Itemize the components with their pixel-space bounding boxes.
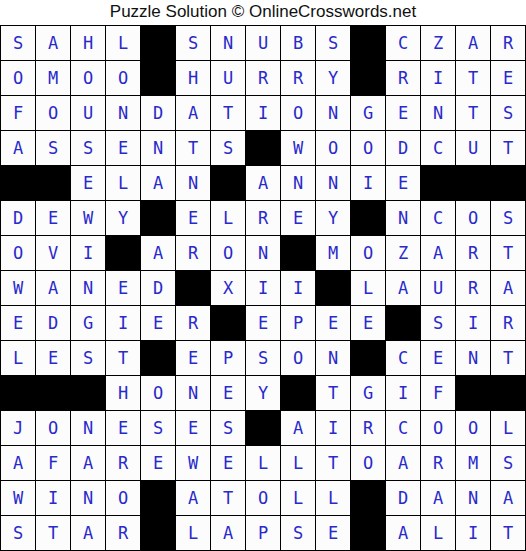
letter-cell-r4c7: S bbox=[211, 131, 245, 165]
letter-cell-r4c3: S bbox=[71, 131, 105, 165]
letter-cell-r10c8: S bbox=[246, 341, 280, 375]
letter-cell-r9c15: R bbox=[491, 306, 525, 340]
block-cell-r7c9 bbox=[281, 236, 315, 270]
letter-cell-r2c13: I bbox=[421, 61, 455, 95]
letter-cell-r5c12: E bbox=[386, 166, 420, 200]
letter-cell-r4c15: T bbox=[491, 131, 525, 165]
letter-cell-r10c9: O bbox=[281, 341, 315, 375]
letter-cell-r15c9: S bbox=[281, 516, 315, 550]
letter-cell-r12c14: O bbox=[456, 411, 490, 445]
letter-cell-r6c6: E bbox=[176, 201, 210, 235]
letter-cell-r11c10: T bbox=[316, 376, 350, 410]
letter-cell-r14c2: I bbox=[36, 481, 70, 515]
block-cell-r1c11 bbox=[351, 26, 385, 60]
block-cell-r10c5 bbox=[141, 341, 175, 375]
letter-cell-r7c6: R bbox=[176, 236, 210, 270]
letter-cell-r10c12: C bbox=[386, 341, 420, 375]
letter-cell-r11c8: Y bbox=[246, 376, 280, 410]
letter-cell-r7c3: I bbox=[71, 236, 105, 270]
letter-cell-r8c11: L bbox=[351, 271, 385, 305]
letter-cell-r2c8: R bbox=[246, 61, 280, 95]
letter-cell-r3c6: A bbox=[176, 96, 210, 130]
letter-cell-r4c2: S bbox=[36, 131, 70, 165]
letter-cell-r7c15: T bbox=[491, 236, 525, 270]
letter-cell-r3c11: G bbox=[351, 96, 385, 130]
letter-cell-r13c14: M bbox=[456, 446, 490, 480]
letter-cell-r4c12: D bbox=[386, 131, 420, 165]
letter-cell-r3c14: T bbox=[456, 96, 490, 130]
letter-cell-r7c8: N bbox=[246, 236, 280, 270]
letter-cell-r3c15: S bbox=[491, 96, 525, 130]
block-cell-r15c11 bbox=[351, 516, 385, 550]
letter-cell-r7c13: A bbox=[421, 236, 455, 270]
letter-cell-r14c13: A bbox=[421, 481, 455, 515]
letter-cell-r15c15: T bbox=[491, 516, 525, 550]
letter-cell-r1c7: N bbox=[211, 26, 245, 60]
letter-cell-r15c2: T bbox=[36, 516, 70, 550]
letter-cell-r2c9: R bbox=[281, 61, 315, 95]
letter-cell-r7c1: O bbox=[1, 236, 35, 270]
block-cell-r14c5 bbox=[141, 481, 175, 515]
letter-cell-r14c14: N bbox=[456, 481, 490, 515]
letter-cell-r8c2: A bbox=[36, 271, 70, 305]
letter-cell-r15c7: A bbox=[211, 516, 245, 550]
letter-cell-r15c6: L bbox=[176, 516, 210, 550]
letter-cell-r1c4: L bbox=[106, 26, 140, 60]
letter-cell-r4c13: C bbox=[421, 131, 455, 165]
letter-cell-r1c8: U bbox=[246, 26, 280, 60]
letter-cell-r6c1: D bbox=[1, 201, 35, 235]
block-cell-r7c4 bbox=[106, 236, 140, 270]
block-cell-r5c13 bbox=[421, 166, 455, 200]
letter-cell-r2c15: E bbox=[491, 61, 525, 95]
letter-cell-r6c10: Y bbox=[316, 201, 350, 235]
letter-cell-r11c13: F bbox=[421, 376, 455, 410]
block-cell-r4c8 bbox=[246, 131, 280, 165]
letter-cell-r13c5: E bbox=[141, 446, 175, 480]
letter-cell-r8c3: N bbox=[71, 271, 105, 305]
letter-cell-r7c2: V bbox=[36, 236, 70, 270]
letter-cell-r12c9: A bbox=[281, 411, 315, 445]
letter-cell-r10c14: N bbox=[456, 341, 490, 375]
letter-cell-r13c6: W bbox=[176, 446, 210, 480]
letter-cell-r2c10: Y bbox=[316, 61, 350, 95]
letter-cell-r12c2: O bbox=[36, 411, 70, 445]
letter-cell-r9c5: E bbox=[141, 306, 175, 340]
letter-cell-r1c1: S bbox=[1, 26, 35, 60]
letter-cell-r6c14: O bbox=[456, 201, 490, 235]
block-cell-r6c5 bbox=[141, 201, 175, 235]
block-cell-r2c5 bbox=[141, 61, 175, 95]
block-cell-r9c7 bbox=[211, 306, 245, 340]
letter-cell-r4c14: U bbox=[456, 131, 490, 165]
letter-cell-r14c9: L bbox=[281, 481, 315, 515]
block-cell-r11c3 bbox=[71, 376, 105, 410]
crossword-solution-page: Puzzle Solution © OnlineCrosswords.net S… bbox=[0, 0, 526, 551]
letter-cell-r3c8: I bbox=[246, 96, 280, 130]
block-cell-r10c11 bbox=[351, 341, 385, 375]
letter-cell-r5c4: L bbox=[106, 166, 140, 200]
letter-cell-r11c12: I bbox=[386, 376, 420, 410]
letter-cell-r8c15: A bbox=[491, 271, 525, 305]
letter-cell-r10c13: E bbox=[421, 341, 455, 375]
letter-cell-r12c7: S bbox=[211, 411, 245, 445]
letter-cell-r13c7: E bbox=[211, 446, 245, 480]
page-title: Puzzle Solution © OnlineCrosswords.net bbox=[0, 0, 526, 25]
letter-cell-r5c6: N bbox=[176, 166, 210, 200]
letter-cell-r9c4: I bbox=[106, 306, 140, 340]
letter-cell-r8c13: U bbox=[421, 271, 455, 305]
letter-cell-r15c13: L bbox=[421, 516, 455, 550]
letter-cell-r10c7: P bbox=[211, 341, 245, 375]
letter-cell-r14c4: O bbox=[106, 481, 140, 515]
letter-cell-r9c8: E bbox=[246, 306, 280, 340]
letter-cell-r8c4: E bbox=[106, 271, 140, 305]
letter-cell-r9c10: E bbox=[316, 306, 350, 340]
block-cell-r15c5 bbox=[141, 516, 175, 550]
letter-cell-r12c11: R bbox=[351, 411, 385, 445]
letter-cell-r4c9: W bbox=[281, 131, 315, 165]
letter-cell-r1c2: A bbox=[36, 26, 70, 60]
letter-cell-r9c2: D bbox=[36, 306, 70, 340]
letter-cell-r9c11: E bbox=[351, 306, 385, 340]
letter-cell-r14c10: L bbox=[316, 481, 350, 515]
letter-cell-r7c11: O bbox=[351, 236, 385, 270]
letter-cell-r2c6: H bbox=[176, 61, 210, 95]
letter-cell-r6c4: Y bbox=[106, 201, 140, 235]
block-cell-r11c1 bbox=[1, 376, 35, 410]
letter-cell-r13c1: A bbox=[1, 446, 35, 480]
letter-cell-r8c1: W bbox=[1, 271, 35, 305]
letter-cell-r6c2: E bbox=[36, 201, 70, 235]
letter-cell-r13c8: L bbox=[246, 446, 280, 480]
letter-cell-r9c13: S bbox=[421, 306, 455, 340]
letter-cell-r3c1: F bbox=[1, 96, 35, 130]
letter-cell-r5c8: A bbox=[246, 166, 280, 200]
letter-cell-r3c4: N bbox=[106, 96, 140, 130]
block-cell-r14c11 bbox=[351, 481, 385, 515]
letter-cell-r6c12: N bbox=[386, 201, 420, 235]
letter-cell-r10c2: E bbox=[36, 341, 70, 375]
letter-cell-r3c12: E bbox=[386, 96, 420, 130]
block-cell-r11c9 bbox=[281, 376, 315, 410]
letter-cell-r1c3: H bbox=[71, 26, 105, 60]
letter-cell-r2c14: T bbox=[456, 61, 490, 95]
letter-cell-r13c11: O bbox=[351, 446, 385, 480]
letter-cell-r10c4: T bbox=[106, 341, 140, 375]
letter-cell-r15c4: R bbox=[106, 516, 140, 550]
letter-cell-r4c1: A bbox=[1, 131, 35, 165]
letter-cell-r13c10: T bbox=[316, 446, 350, 480]
letter-cell-r13c4: R bbox=[106, 446, 140, 480]
letter-cell-r8c5: D bbox=[141, 271, 175, 305]
letter-cell-r3c2: O bbox=[36, 96, 70, 130]
letter-cell-r14c3: N bbox=[71, 481, 105, 515]
letter-cell-r1c9: B bbox=[281, 26, 315, 60]
letter-cell-r1c12: C bbox=[386, 26, 420, 60]
block-cell-r8c6 bbox=[176, 271, 210, 305]
letter-cell-r3c10: N bbox=[316, 96, 350, 130]
letter-cell-r12c1: J bbox=[1, 411, 35, 445]
letter-cell-r11c4: H bbox=[106, 376, 140, 410]
letter-cell-r1c13: Z bbox=[421, 26, 455, 60]
letter-cell-r11c7: E bbox=[211, 376, 245, 410]
letter-cell-r10c10: N bbox=[316, 341, 350, 375]
letter-cell-r12c6: E bbox=[176, 411, 210, 445]
block-cell-r2c11 bbox=[351, 61, 385, 95]
letter-cell-r2c7: U bbox=[211, 61, 245, 95]
letter-cell-r2c2: M bbox=[36, 61, 70, 95]
letter-cell-r9c3: G bbox=[71, 306, 105, 340]
letter-cell-r15c12: A bbox=[386, 516, 420, 550]
letter-cell-r12c5: S bbox=[141, 411, 175, 445]
letter-cell-r4c5: N bbox=[141, 131, 175, 165]
letter-cell-r4c10: O bbox=[316, 131, 350, 165]
letter-cell-r13c9: L bbox=[281, 446, 315, 480]
letter-cell-r8c9: I bbox=[281, 271, 315, 305]
letter-cell-r14c15: A bbox=[491, 481, 525, 515]
letter-cell-r2c3: O bbox=[71, 61, 105, 95]
letter-cell-r2c4: O bbox=[106, 61, 140, 95]
block-cell-r5c1 bbox=[1, 166, 35, 200]
letter-cell-r12c4: E bbox=[106, 411, 140, 445]
letter-cell-r8c14: R bbox=[456, 271, 490, 305]
letter-cell-r15c1: S bbox=[1, 516, 35, 550]
letter-cell-r15c10: E bbox=[316, 516, 350, 550]
letter-cell-r3c9: O bbox=[281, 96, 315, 130]
letter-cell-r9c14: I bbox=[456, 306, 490, 340]
letter-cell-r5c3: E bbox=[71, 166, 105, 200]
letter-cell-r7c7: O bbox=[211, 236, 245, 270]
letter-cell-r2c12: R bbox=[386, 61, 420, 95]
letter-cell-r5c9: N bbox=[281, 166, 315, 200]
letter-cell-r1c10: S bbox=[316, 26, 350, 60]
letter-cell-r1c15: R bbox=[491, 26, 525, 60]
letter-cell-r12c15: L bbox=[491, 411, 525, 445]
letter-cell-r7c10: M bbox=[316, 236, 350, 270]
letter-cell-r14c1: W bbox=[1, 481, 35, 515]
block-cell-r5c2 bbox=[36, 166, 70, 200]
letter-cell-r9c6: R bbox=[176, 306, 210, 340]
letter-cell-r3c7: T bbox=[211, 96, 245, 130]
block-cell-r9c12 bbox=[386, 306, 420, 340]
letter-cell-r4c11: O bbox=[351, 131, 385, 165]
letter-cell-r10c1: L bbox=[1, 341, 35, 375]
block-cell-r12c8 bbox=[246, 411, 280, 445]
letter-cell-r2c1: O bbox=[1, 61, 35, 95]
letter-cell-r14c7: T bbox=[211, 481, 245, 515]
letter-cell-r13c2: F bbox=[36, 446, 70, 480]
letter-cell-r12c13: O bbox=[421, 411, 455, 445]
letter-cell-r11c6: N bbox=[176, 376, 210, 410]
block-cell-r5c15 bbox=[491, 166, 525, 200]
letter-cell-r7c14: R bbox=[456, 236, 490, 270]
letter-cell-r3c5: D bbox=[141, 96, 175, 130]
block-cell-r1c5 bbox=[141, 26, 175, 60]
letter-cell-r10c3: S bbox=[71, 341, 105, 375]
letter-cell-r6c3: W bbox=[71, 201, 105, 235]
letter-cell-r6c7: L bbox=[211, 201, 245, 235]
letter-cell-r11c5: O bbox=[141, 376, 175, 410]
letter-cell-r12c10: I bbox=[316, 411, 350, 445]
block-cell-r11c2 bbox=[36, 376, 70, 410]
letter-cell-r5c5: A bbox=[141, 166, 175, 200]
letter-cell-r14c12: D bbox=[386, 481, 420, 515]
letter-cell-r11c11: G bbox=[351, 376, 385, 410]
letter-cell-r7c5: A bbox=[141, 236, 175, 270]
letter-cell-r14c6: A bbox=[176, 481, 210, 515]
crossword-grid: SAHLSNUBSCZAROMOOHURRYRITEFOUNDATIONGENT… bbox=[0, 25, 526, 551]
letter-cell-r3c13: N bbox=[421, 96, 455, 130]
letter-cell-r13c15: S bbox=[491, 446, 525, 480]
letter-cell-r12c12: C bbox=[386, 411, 420, 445]
letter-cell-r3c3: U bbox=[71, 96, 105, 130]
letter-cell-r8c12: A bbox=[386, 271, 420, 305]
letter-cell-r15c14: I bbox=[456, 516, 490, 550]
block-cell-r5c7 bbox=[211, 166, 245, 200]
block-cell-r11c15 bbox=[491, 376, 525, 410]
letter-cell-r4c4: E bbox=[106, 131, 140, 165]
block-cell-r5c14 bbox=[456, 166, 490, 200]
letter-cell-r13c13: R bbox=[421, 446, 455, 480]
letter-cell-r9c1: E bbox=[1, 306, 35, 340]
letter-cell-r5c11: I bbox=[351, 166, 385, 200]
letter-cell-r10c6: E bbox=[176, 341, 210, 375]
letter-cell-r5c10: N bbox=[316, 166, 350, 200]
letter-cell-r14c8: O bbox=[246, 481, 280, 515]
letter-cell-r6c15: S bbox=[491, 201, 525, 235]
letter-cell-r7c12: Z bbox=[386, 236, 420, 270]
letter-cell-r6c8: R bbox=[246, 201, 280, 235]
letter-cell-r15c3: A bbox=[71, 516, 105, 550]
block-cell-r8c10 bbox=[316, 271, 350, 305]
letter-cell-r15c8: P bbox=[246, 516, 280, 550]
letter-cell-r8c8: I bbox=[246, 271, 280, 305]
letter-cell-r13c3: A bbox=[71, 446, 105, 480]
block-cell-r6c11 bbox=[351, 201, 385, 235]
letter-cell-r13c12: A bbox=[386, 446, 420, 480]
letter-cell-r6c9: E bbox=[281, 201, 315, 235]
letter-cell-r1c14: A bbox=[456, 26, 490, 60]
letter-cell-r6c13: C bbox=[421, 201, 455, 235]
letter-cell-r4c6: T bbox=[176, 131, 210, 165]
letter-cell-r10c15: T bbox=[491, 341, 525, 375]
letter-cell-r1c6: S bbox=[176, 26, 210, 60]
block-cell-r11c14 bbox=[456, 376, 490, 410]
letter-cell-r8c7: X bbox=[211, 271, 245, 305]
letter-cell-r9c9: P bbox=[281, 306, 315, 340]
letter-cell-r12c3: N bbox=[71, 411, 105, 445]
